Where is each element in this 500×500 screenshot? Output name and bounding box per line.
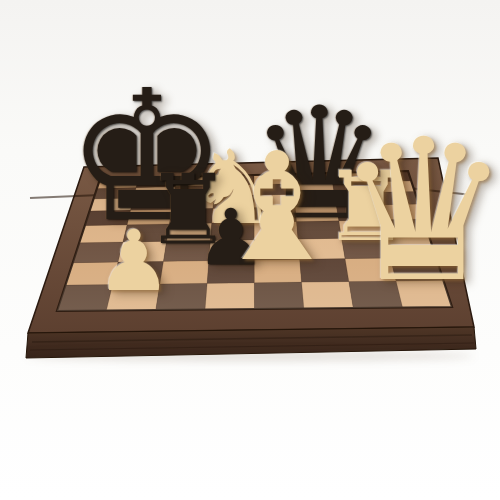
chess-photo-scene: ♚♞♛♜♜♟♝♟♛	[0, 0, 500, 500]
light-bishop[interactable]: ♝	[210, 133, 344, 282]
board-drop-shadow	[26, 351, 474, 361]
light-queen[interactable]: ♛	[335, 113, 500, 309]
light-pawn[interactable]: ♟	[96, 219, 171, 303]
